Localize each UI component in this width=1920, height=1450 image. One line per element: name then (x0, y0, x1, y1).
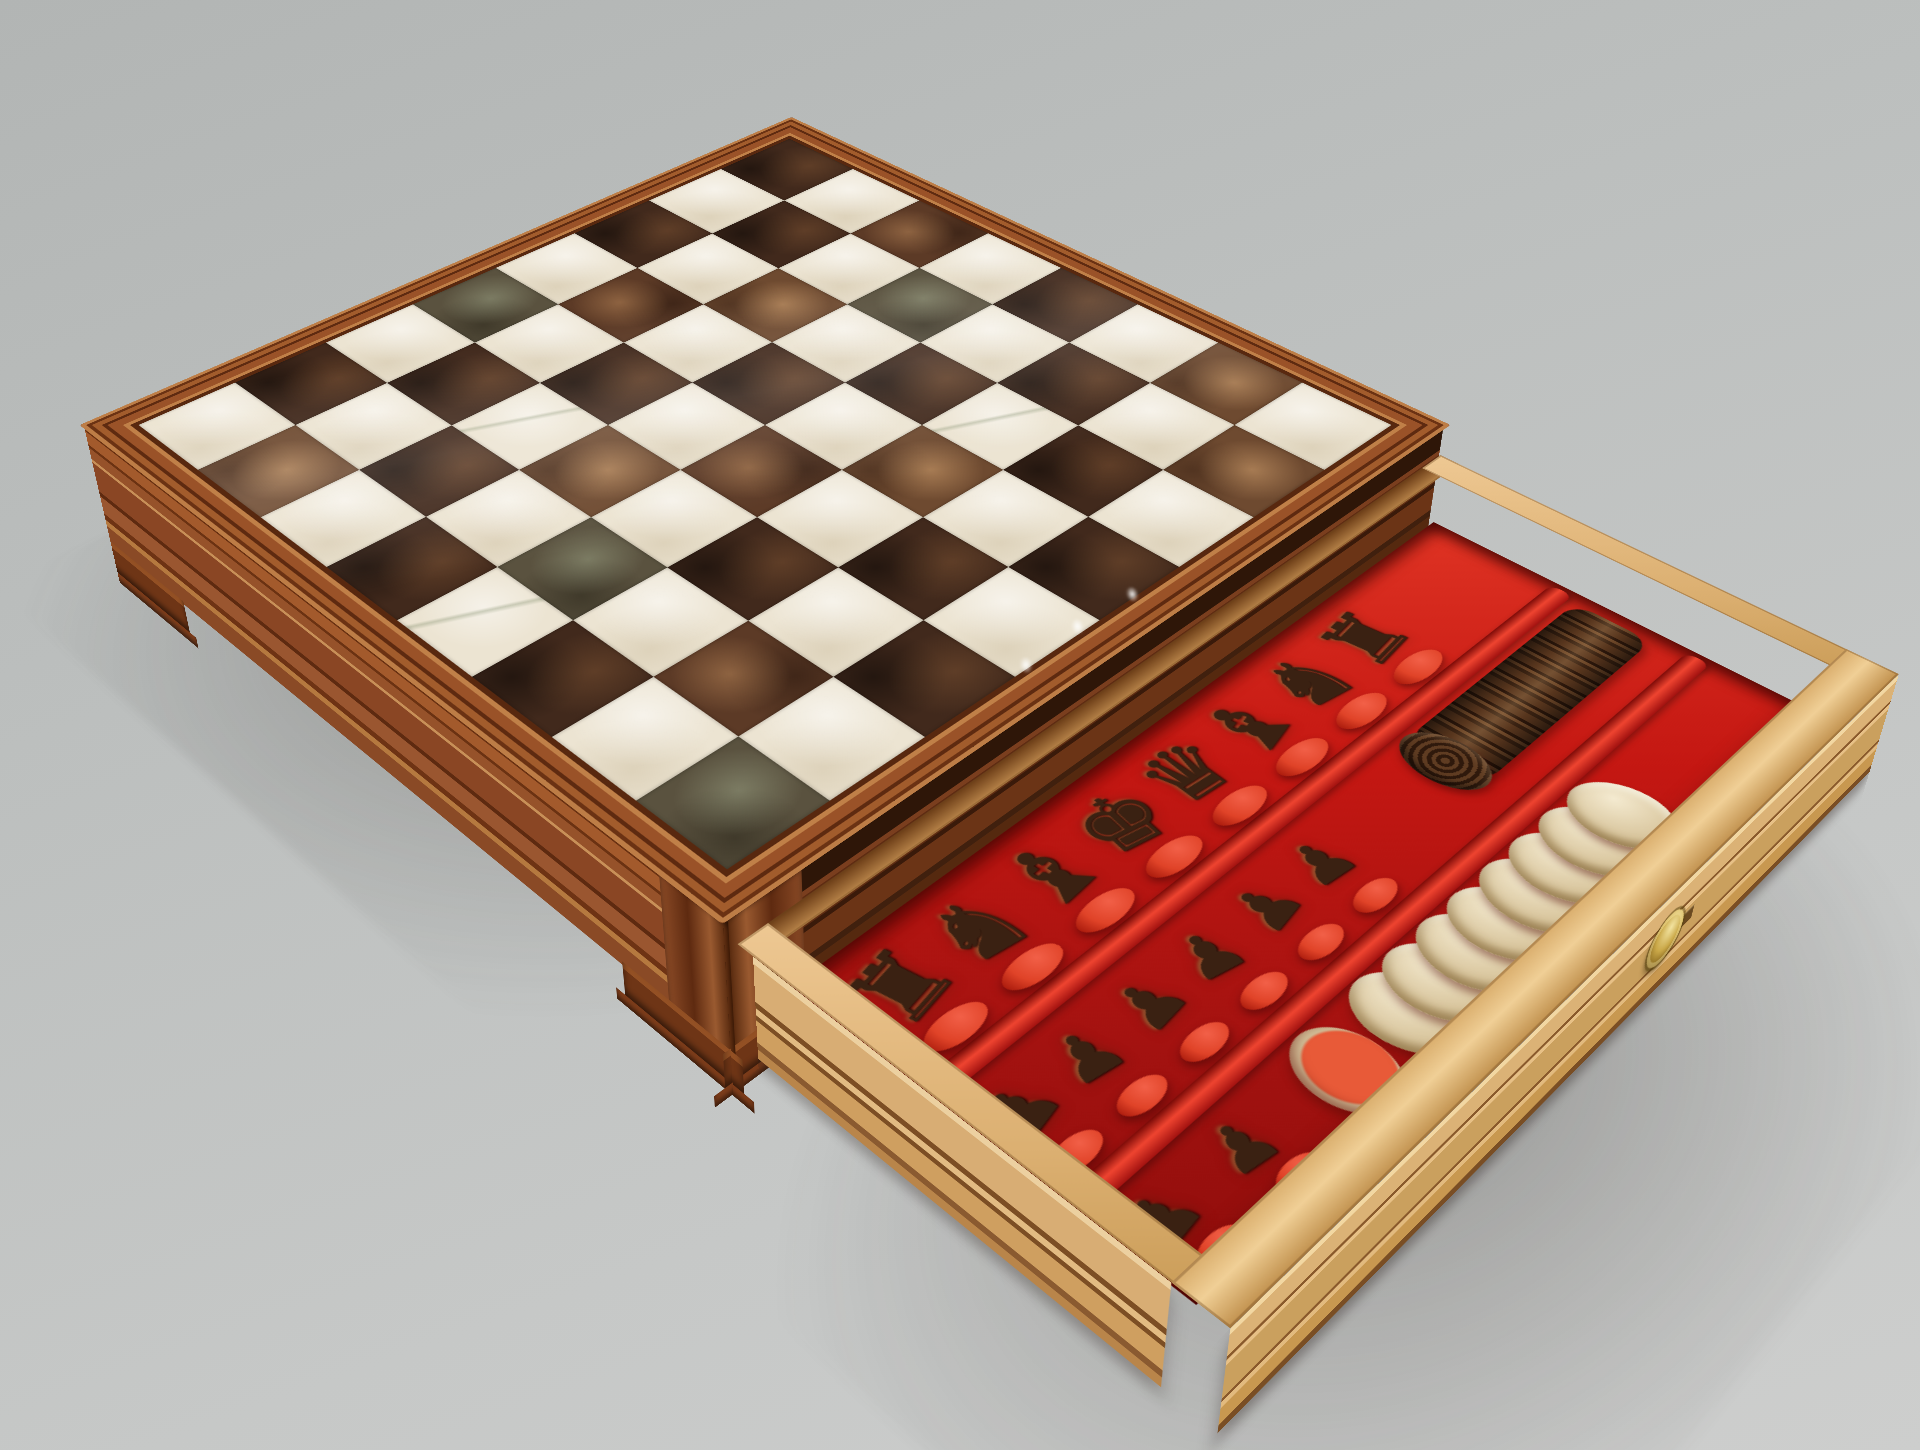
board-square (757, 470, 923, 567)
photo-scene: ♜♞♝♛♚♝♞♜♟♟♟♟♟♟♟♟ (0, 0, 1920, 1450)
board-square (592, 470, 758, 567)
frame-glint (1019, 656, 1033, 674)
board-square (260, 470, 426, 567)
board-square (551, 677, 738, 801)
board-square (472, 620, 653, 737)
board-square (327, 517, 497, 620)
board-square (359, 425, 520, 517)
board-square (636, 737, 829, 870)
board-square (198, 425, 359, 517)
board-square (838, 517, 1008, 620)
board-square (1003, 425, 1164, 517)
disc-stack-rings-face (1384, 722, 1507, 802)
board-square (1088, 470, 1254, 567)
frame-glint (1125, 586, 1139, 602)
board-square (924, 567, 1100, 677)
board-square (520, 425, 681, 517)
board-square (497, 517, 667, 620)
board-square (1164, 425, 1325, 517)
board-square (923, 470, 1089, 567)
board-square (1009, 517, 1179, 620)
board-square (397, 567, 573, 677)
board-square (653, 620, 834, 737)
board-square (748, 567, 924, 677)
frame-glint (1071, 618, 1085, 635)
board-square (738, 677, 925, 801)
board-square (573, 567, 749, 677)
board-square (426, 470, 592, 567)
board-square (842, 425, 1003, 517)
board-square (681, 425, 842, 517)
board-square (834, 620, 1015, 737)
board-square (668, 517, 838, 620)
